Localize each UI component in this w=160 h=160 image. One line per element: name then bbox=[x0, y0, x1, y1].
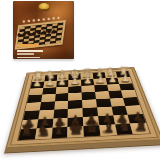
brand-crest-logo bbox=[38, 3, 49, 11]
board-scene: ♜♞♝♚♛♝♞♜♟♟♟♟♟♟♟♟♟♟♟♟♟♟♟♟♜♞♝♚♛♝♞♜ bbox=[4, 40, 160, 160]
square-f4 bbox=[55, 93, 69, 101]
square-g8: ♞ bbox=[35, 128, 52, 139]
square-e8: ♚ bbox=[68, 126, 84, 137]
square-c8: ♝ bbox=[99, 125, 117, 136]
square-d2: ♟ bbox=[81, 79, 94, 86]
piece-white-pawn: ♟ bbox=[121, 73, 130, 83]
piece-black-knight: ♞ bbox=[36, 123, 49, 138]
piece-white-pawn: ♟ bbox=[33, 78, 42, 88]
piece-black-rook: ♜ bbox=[20, 124, 33, 139]
piece-black-bishop: ♝ bbox=[53, 122, 66, 137]
piece-white-pawn: ♟ bbox=[83, 75, 92, 85]
square-c2: ♟ bbox=[93, 78, 106, 85]
square-d4 bbox=[82, 92, 96, 100]
square-b8: ♞ bbox=[115, 124, 133, 135]
board-frame: ♜♞♝♚♛♝♞♜♟♟♟♟♟♟♟♟♟♟♟♟♟♟♟♟♜♞♝♚♛♝♞♜ bbox=[5, 67, 160, 148]
piece-black-king: ♚ bbox=[68, 120, 83, 137]
chess-board: ♜♞♝♚♛♝♞♜♟♟♟♟♟♟♟♟♟♟♟♟♟♟♟♟♜♞♝♚♛♝♞♜ bbox=[18, 71, 149, 140]
piece-white-pawn: ♟ bbox=[45, 77, 54, 87]
square-a8: ♜ bbox=[130, 123, 149, 134]
product-photo: ♜♞♝♚♛♝♞♜♟♟♟♟♟♟♟♟♟♟♟♟♟♟♟♟♜♞♝♚♛♝♞♜ bbox=[0, 0, 160, 160]
piece-black-knight: ♞ bbox=[118, 119, 131, 134]
piece-white-pawn: ♟ bbox=[96, 75, 105, 85]
square-d8: ♛ bbox=[83, 125, 100, 136]
square-f8: ♝ bbox=[51, 127, 68, 138]
piece-black-bishop: ♝ bbox=[102, 120, 115, 135]
piece-white-pawn: ♟ bbox=[109, 74, 118, 84]
piece-black-queen: ♛ bbox=[85, 119, 100, 136]
square-e4 bbox=[68, 93, 82, 101]
piece-white-pawn: ♟ bbox=[58, 77, 67, 87]
piece-white-pawn: ♟ bbox=[71, 76, 80, 86]
piece-black-rook: ♜ bbox=[134, 118, 147, 133]
